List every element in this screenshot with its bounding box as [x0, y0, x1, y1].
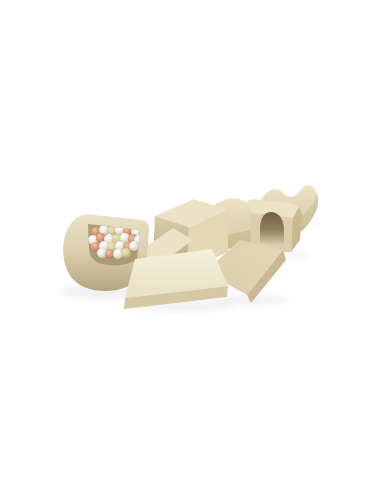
ball-olive	[121, 248, 131, 258]
ball-pearl	[129, 241, 139, 251]
scene-svg	[0, 0, 381, 492]
product-photo	[0, 0, 381, 492]
